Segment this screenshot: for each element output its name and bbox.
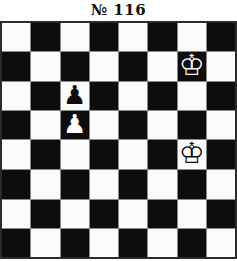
square-e6 xyxy=(119,82,147,110)
square-g6 xyxy=(178,82,206,110)
square-b4 xyxy=(31,140,59,169)
square-h5 xyxy=(207,111,235,139)
square-h3 xyxy=(207,170,235,198)
square-h8 xyxy=(207,23,235,51)
square-e2 xyxy=(119,200,147,228)
piece-white-pawn: ♟ xyxy=(63,111,86,137)
square-h4 xyxy=(207,140,235,169)
square-e1 xyxy=(119,229,147,257)
square-f7 xyxy=(148,52,176,81)
piece-black-pawn: ♟ xyxy=(63,82,86,108)
square-a2 xyxy=(2,200,30,228)
square-d3 xyxy=(90,170,118,198)
square-b6 xyxy=(31,82,59,110)
square-h1 xyxy=(207,229,235,257)
square-a6 xyxy=(2,82,30,110)
square-g4: ♔ xyxy=(178,140,206,169)
square-b5 xyxy=(31,111,59,139)
square-a5 xyxy=(2,111,30,139)
square-c3 xyxy=(61,170,89,198)
square-f8 xyxy=(148,23,176,51)
square-e5 xyxy=(119,111,147,139)
piece-black-king: ♔ xyxy=(179,51,205,80)
square-f6 xyxy=(148,82,176,110)
square-d1 xyxy=(90,229,118,257)
square-d4 xyxy=(90,140,118,169)
square-g8 xyxy=(178,23,206,51)
square-c7 xyxy=(61,52,89,81)
square-d7 xyxy=(90,52,118,81)
square-d5 xyxy=(90,111,118,139)
square-b1 xyxy=(31,229,59,257)
square-h7 xyxy=(207,52,235,81)
square-b2 xyxy=(31,200,59,228)
square-d6 xyxy=(90,82,118,110)
square-a7 xyxy=(2,52,30,81)
square-g1 xyxy=(178,229,206,257)
square-f2 xyxy=(148,200,176,228)
square-d8 xyxy=(90,23,118,51)
square-c8 xyxy=(61,23,89,51)
square-f3 xyxy=(148,170,176,198)
square-f5 xyxy=(148,111,176,139)
square-g7: ♔ xyxy=(178,52,206,81)
square-c4 xyxy=(61,140,89,169)
square-a4 xyxy=(2,140,30,169)
square-g2 xyxy=(178,200,206,228)
square-b3 xyxy=(31,170,59,198)
square-c1 xyxy=(61,229,89,257)
square-e7 xyxy=(119,52,147,81)
puzzle-number-title: № 116 xyxy=(0,0,237,21)
square-e8 xyxy=(119,23,147,51)
square-f4 xyxy=(148,140,176,169)
square-d2 xyxy=(90,200,118,228)
square-b8 xyxy=(31,23,59,51)
square-e4 xyxy=(119,140,147,169)
square-e3 xyxy=(119,170,147,198)
square-c5: ♟ xyxy=(61,111,89,139)
square-b7 xyxy=(31,52,59,81)
piece-white-king: ♔ xyxy=(179,139,205,168)
square-a1 xyxy=(2,229,30,257)
puzzle-page: № 116 ♔♟♟♔ xyxy=(0,0,237,261)
square-h6 xyxy=(207,82,235,110)
square-f1 xyxy=(148,229,176,257)
square-g3 xyxy=(178,170,206,198)
square-c6: ♟ xyxy=(61,82,89,110)
square-a3 xyxy=(2,170,30,198)
square-a8 xyxy=(2,23,30,51)
chess-board: ♔♟♟♔ xyxy=(0,21,237,259)
square-c2 xyxy=(61,200,89,228)
square-h2 xyxy=(207,200,235,228)
square-g5 xyxy=(178,111,206,139)
